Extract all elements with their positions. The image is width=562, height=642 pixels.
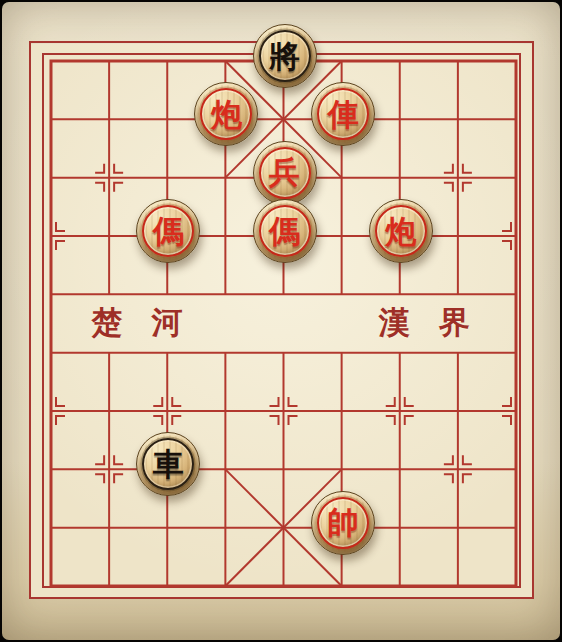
river-label-left: 楚 河 xyxy=(92,302,185,344)
red-horse-center-glyph: 傌 xyxy=(269,216,300,247)
red-cannon-right[interactable]: 炮 xyxy=(369,199,433,263)
red-cannon-right-glyph: 炮 xyxy=(385,216,416,247)
red-horse-center[interactable]: 傌 xyxy=(253,199,317,263)
red-general[interactable]: 帥 xyxy=(311,491,375,555)
black-general-glyph: 將 xyxy=(269,41,300,72)
red-chariot[interactable]: 俥 xyxy=(311,82,375,146)
red-chariot-glyph: 俥 xyxy=(327,99,358,130)
xiangqi-app-window: 楚 河 漢 界 將炮俥兵傌傌炮車帥 xyxy=(0,0,562,642)
black-general[interactable]: 將 xyxy=(253,24,317,88)
red-soldier-glyph: 兵 xyxy=(269,157,300,188)
red-cannon-left-glyph: 炮 xyxy=(211,99,242,130)
red-general-glyph: 帥 xyxy=(327,507,358,538)
black-chariot-glyph: 車 xyxy=(153,449,184,480)
river-label-right: 漢 界 xyxy=(379,302,472,344)
red-horse-left-glyph: 傌 xyxy=(153,216,184,247)
red-soldier[interactable]: 兵 xyxy=(253,141,317,205)
red-horse-left[interactable]: 傌 xyxy=(136,199,200,263)
